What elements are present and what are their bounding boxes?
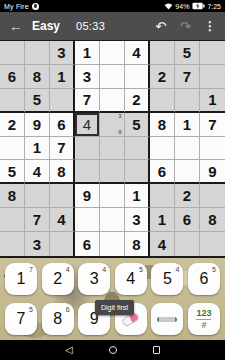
cell-r8c7[interactable]: 1: [150, 208, 175, 232]
cell-r4c9[interactable]: 7: [200, 113, 225, 137]
cell-r3c3[interactable]: [50, 89, 75, 113]
cell-r1c9[interactable]: [200, 41, 225, 65]
given-digit: 3: [132, 211, 140, 228]
digit-first-grid-symbol: #: [201, 321, 206, 330]
given-digit: 4: [132, 44, 140, 61]
digit-key-6[interactable]: 65: [188, 263, 220, 295]
cell-r4c8[interactable]: 1: [175, 113, 200, 137]
given-digit: 8: [132, 236, 140, 253]
given-digit: 3: [57, 44, 65, 61]
number-keypad: 172434455465 758693123# Digit first: [0, 258, 225, 340]
cell-r4c4[interactable]: 4: [75, 113, 100, 137]
cell-r1c5[interactable]: [100, 41, 125, 65]
given-digit: 6: [158, 163, 166, 180]
digit-first-toggle-icon: 123#: [196, 309, 211, 330]
digit-key-4[interactable]: 45: [115, 263, 147, 295]
digit-first-tooltip: Digit first: [95, 300, 134, 315]
cell-r2c6[interactable]: [125, 65, 150, 89]
cell-r1c2[interactable]: [25, 41, 50, 65]
app-toolbar: ← Easy 05:33 ↶ ↷ ⋮: [0, 12, 225, 40]
cell-r8c9[interactable]: 8: [200, 208, 225, 232]
given-digit: 8: [57, 163, 65, 180]
key-digit: 3: [90, 270, 99, 288]
cell-r9c5[interactable]: [100, 232, 125, 256]
given-digit: 7: [33, 211, 41, 228]
cell-r7c2[interactable]: [25, 184, 50, 208]
cell-r5c7[interactable]: [150, 137, 175, 161]
given-digit: 1: [208, 91, 216, 108]
cell-r3c6[interactable]: 2: [125, 89, 150, 113]
cell-r8c4[interactable]: [75, 208, 100, 232]
carrier-label: My Fire: [4, 3, 29, 10]
key-digit: 7: [17, 310, 26, 328]
cell-r8c6[interactable]: 3: [125, 208, 150, 232]
cell-r1c3[interactable]: 3: [50, 41, 75, 65]
cell-r9c4[interactable]: 6: [75, 232, 100, 256]
cell-r4c3[interactable]: 6: [50, 113, 75, 137]
cell-r9c1[interactable]: [0, 232, 25, 256]
nav-recents-icon[interactable]: [153, 346, 161, 354]
given-digit: 9: [83, 187, 91, 204]
digit-key-7[interactable]: 75: [5, 303, 37, 335]
back-arrow-icon[interactable]: ←: [9, 19, 22, 34]
overflow-menu-icon[interactable]: ⋮: [204, 19, 216, 33]
cell-r4c2[interactable]: 9: [25, 113, 50, 137]
battery-percent-label: 94%: [175, 3, 189, 10]
cell-r1c4[interactable]: 1: [75, 41, 100, 65]
cell-r9c7[interactable]: 4: [150, 232, 175, 256]
digit-first-toggle-key[interactable]: 123#: [188, 303, 220, 335]
given-digit: 5: [33, 91, 41, 108]
cell-r8c1[interactable]: [0, 208, 25, 232]
given-digit: 2: [8, 116, 16, 133]
given-digit: 1: [158, 211, 166, 228]
key-digit: 6: [200, 270, 209, 288]
redo-icon[interactable]: ↷: [180, 19, 191, 34]
given-digit: 8: [33, 68, 41, 85]
cell-r3c9[interactable]: 1: [200, 89, 225, 113]
cell-r6c8[interactable]: [175, 160, 200, 184]
given-digit: 9: [33, 116, 41, 133]
given-digit: 8: [208, 211, 216, 228]
cell-r7c1[interactable]: 8: [0, 184, 25, 208]
cell-r7c4[interactable]: 9: [75, 184, 100, 208]
cell-r8c8[interactable]: 6: [175, 208, 200, 232]
given-digit: 1: [183, 116, 191, 133]
pencil-icon: [157, 317, 177, 322]
key-digit: 4: [126, 270, 135, 288]
cell-r7c6[interactable]: 1: [125, 184, 150, 208]
cell-r8c2[interactable]: 7: [25, 208, 50, 232]
pencil-marks: 39: [100, 113, 124, 136]
given-digit: 4: [57, 211, 65, 228]
key-digit: 8: [53, 310, 62, 328]
cell-r3c2[interactable]: 5: [25, 89, 50, 113]
notification-icon: [32, 3, 39, 10]
given-digit: 7: [83, 91, 91, 108]
given-digit: 5: [183, 44, 191, 61]
cell-r5c9[interactable]: [200, 137, 225, 161]
digit-count-badge: 7: [29, 266, 33, 273]
clock-label: 7:25: [207, 3, 221, 10]
digit-count-badge: 5: [212, 266, 216, 273]
cell-r1c8[interactable]: 5: [175, 41, 200, 65]
cell-r4c6[interactable]: 5: [125, 113, 150, 137]
cell-r4c7[interactable]: 8: [150, 113, 175, 137]
cell-r9c2[interactable]: 3: [25, 232, 50, 256]
given-digit: 1: [83, 44, 91, 61]
cell-r3c7[interactable]: [150, 89, 175, 113]
android-nav-bar: ◁: [0, 340, 225, 360]
cell-r2c5[interactable]: [100, 65, 125, 89]
cell-r1c6[interactable]: 4: [125, 41, 150, 65]
given-digit: 7: [183, 68, 191, 85]
cell-r1c7[interactable]: [150, 41, 175, 65]
cell-r5c5[interactable]: [100, 137, 125, 161]
cell-r7c3[interactable]: [50, 184, 75, 208]
cell-r4c1[interactable]: 2: [0, 113, 25, 137]
cell-r3c4[interactable]: 7: [75, 89, 100, 113]
cell-r9c3[interactable]: [50, 232, 75, 256]
given-digit: 8: [8, 187, 16, 204]
nav-back-icon[interactable]: ◁: [65, 345, 73, 355]
given-digit: 7: [57, 139, 65, 156]
cell-r5c6[interactable]: [125, 137, 150, 161]
cell-r5c1[interactable]: [0, 137, 25, 161]
cell-r3c5[interactable]: [100, 89, 125, 113]
cell-r9c8[interactable]: [175, 232, 200, 256]
digit-count-badge: 4: [66, 266, 70, 273]
cell-r2c8[interactable]: 7: [175, 65, 200, 89]
given-digit: 8: [158, 116, 166, 133]
cell-r7c8[interactable]: 2: [175, 184, 200, 208]
cell-r5c2[interactable]: 1: [25, 137, 50, 161]
sudoku-app-screen: My Fire 94% 7:25 ← Easy 05:33 ↶ ↷ ⋮ 3145…: [0, 0, 225, 360]
cell-r6c4[interactable]: [75, 160, 100, 184]
cell-r2c4[interactable]: 3: [75, 65, 100, 89]
given-digit: 6: [57, 116, 65, 133]
given-digit: 9: [208, 163, 216, 180]
cell-r7c7[interactable]: [150, 184, 175, 208]
difficulty-label: Easy: [32, 19, 60, 33]
given-digit: 1: [57, 68, 65, 85]
given-digit: 5: [132, 116, 140, 133]
digit-key-1[interactable]: 17: [5, 263, 37, 295]
given-digit: 4: [33, 163, 41, 180]
cell-r2c9[interactable]: [200, 65, 225, 89]
given-digit: 6: [8, 68, 16, 85]
cell-r5c8[interactable]: [175, 137, 200, 161]
given-digit: 4: [158, 236, 166, 253]
cell-r6c5[interactable]: [100, 160, 125, 184]
cell-r6c3[interactable]: 8: [50, 160, 75, 184]
cell-r7c5[interactable]: [100, 184, 125, 208]
cell-r3c1[interactable]: [0, 89, 25, 113]
cell-r6c6[interactable]: [125, 160, 150, 184]
cell-r1c1[interactable]: [0, 41, 25, 65]
wifi-icon: [164, 2, 173, 10]
given-digit: 5: [8, 163, 16, 180]
digit-key-5[interactable]: 54: [151, 263, 183, 295]
cell-r5c3[interactable]: 7: [50, 137, 75, 161]
digit-count-badge: 6: [66, 306, 70, 313]
given-digit: 2: [183, 187, 191, 204]
timer-label: 05:33: [76, 20, 105, 32]
cell-r2c7[interactable]: 2: [150, 65, 175, 89]
battery-icon: [192, 2, 205, 10]
digit-key-3[interactable]: 34: [78, 263, 110, 295]
digit-key-2[interactable]: 24: [42, 263, 74, 295]
key-digit: 5: [163, 270, 172, 288]
cell-r3c8[interactable]: [175, 89, 200, 113]
cell-r2c1[interactable]: 6: [0, 65, 25, 89]
key-digit: 1: [17, 270, 26, 288]
digit-count-badge: 5: [29, 306, 33, 313]
given-digit: 2: [158, 68, 166, 85]
cell-r2c3[interactable]: 1: [50, 65, 75, 89]
digit-count-badge: 4: [175, 266, 179, 273]
cell-r5c4[interactable]: [75, 137, 100, 161]
user-digit: 4: [83, 116, 91, 133]
cell-r6c9[interactable]: 9: [200, 160, 225, 184]
cell-r9c6[interactable]: 8: [125, 232, 150, 256]
pencil-key[interactable]: [151, 303, 183, 335]
key-digit: 2: [53, 270, 62, 288]
given-digit: 2: [132, 91, 140, 108]
cell-r6c1[interactable]: 5: [0, 160, 25, 184]
cell-r8c5[interactable]: [100, 208, 125, 232]
sudoku-board: 3145681327572129643958171754869891274316…: [0, 40, 225, 258]
given-digit: 6: [83, 236, 91, 253]
nav-home-icon[interactable]: [109, 346, 117, 354]
cell-r7c9[interactable]: [200, 184, 225, 208]
cell-r4c5[interactable]: 39: [100, 113, 125, 137]
cell-r6c2[interactable]: 4: [25, 160, 50, 184]
cell-r2c2[interactable]: 8: [25, 65, 50, 89]
digit-first-123-label: 123: [196, 309, 211, 320]
digit-key-8[interactable]: 86: [42, 303, 74, 335]
undo-icon[interactable]: ↶: [155, 19, 166, 34]
status-bar: My Fire 94% 7:25: [0, 0, 225, 12]
cell-r8c3[interactable]: 4: [50, 208, 75, 232]
cell-r9c9[interactable]: [200, 232, 225, 256]
keypad-row-1: 172434455465: [0, 263, 225, 295]
given-digit: 1: [132, 187, 140, 204]
given-digit: 6: [183, 211, 191, 228]
cell-r6c7[interactable]: 6: [150, 160, 175, 184]
given-digit: 7: [208, 116, 216, 133]
given-digit: 3: [33, 236, 41, 253]
given-digit: 1: [33, 139, 41, 156]
digit-count-badge: 5: [139, 266, 143, 273]
given-digit: 3: [83, 68, 91, 85]
digit-count-badge: 4: [102, 266, 106, 273]
